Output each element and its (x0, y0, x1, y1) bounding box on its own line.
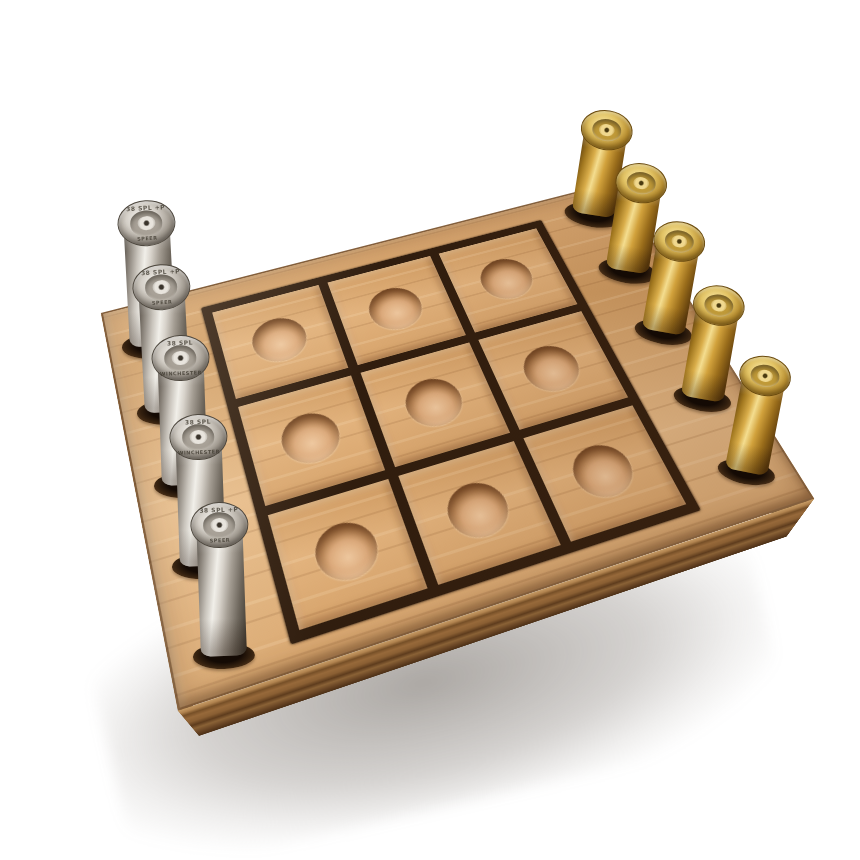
cell-r3c1[interactable] (268, 479, 428, 630)
empty-hole (564, 438, 643, 504)
empty-hole (363, 282, 429, 335)
casing-body (197, 530, 247, 657)
empty-hole (275, 407, 346, 470)
empty-hole (398, 373, 470, 433)
cell-r3c2[interactable] (399, 441, 561, 585)
empty-hole (308, 515, 385, 588)
empty-hole (473, 254, 540, 304)
empty-hole (516, 340, 588, 397)
product-photo-scene: 38 SPL +P SPEER 38 SPL +P SPEER 38 SPL W… (0, 0, 860, 860)
cell-r2c3[interactable] (478, 311, 628, 430)
empty-hole (439, 476, 517, 545)
cell-r2c1[interactable] (238, 375, 385, 506)
casing-silver-5[interactable]: 38 SPL +P SPEER (196, 524, 247, 659)
cell-r3c3[interactable] (523, 405, 686, 542)
empty-hole (247, 313, 313, 368)
